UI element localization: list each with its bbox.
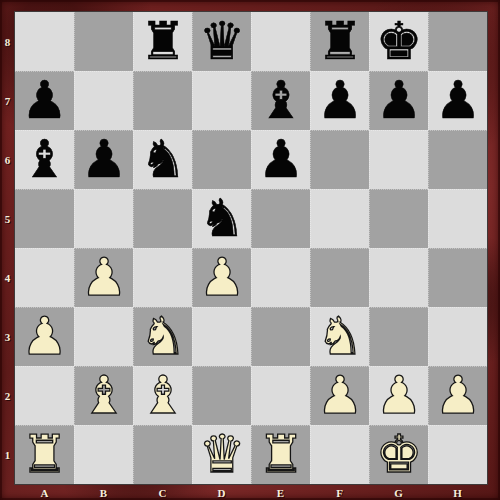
square-g8[interactable]: ♚ [369, 12, 428, 71]
black-queen[interactable]: ♛ [199, 15, 246, 67]
square-a5[interactable] [15, 189, 74, 248]
square-f5[interactable] [310, 189, 369, 248]
square-d5[interactable]: ♞ [192, 189, 251, 248]
square-h5[interactable] [428, 189, 487, 248]
square-f2[interactable]: ♟ [310, 366, 369, 425]
square-a1[interactable]: ♜ [15, 425, 74, 484]
file-label-a: A [15, 486, 74, 500]
white-bishop[interactable]: ♝ [81, 369, 128, 421]
square-e1[interactable]: ♜ [251, 425, 310, 484]
square-a3[interactable]: ♟ [15, 307, 74, 366]
file-label-c: C [133, 486, 192, 500]
square-d2[interactable] [192, 366, 251, 425]
white-pawn[interactable]: ♟ [317, 369, 364, 421]
square-e7[interactable]: ♝ [251, 71, 310, 130]
square-h2[interactable]: ♟ [428, 366, 487, 425]
chess-board: ♜♛♜♚♟♝♟♟♟♝♟♞♟♞♟♟♟♞♞♝♝♟♟♟♜♛♜♚ [15, 12, 487, 484]
square-b6[interactable]: ♟ [74, 130, 133, 189]
file-label-b: B [74, 486, 133, 500]
square-e5[interactable] [251, 189, 310, 248]
square-c1[interactable] [133, 425, 192, 484]
white-pawn[interactable]: ♟ [435, 369, 482, 421]
square-h6[interactable] [428, 130, 487, 189]
black-rook[interactable]: ♜ [317, 15, 364, 67]
square-d1[interactable]: ♛ [192, 425, 251, 484]
black-pawn[interactable]: ♟ [376, 74, 423, 126]
square-a8[interactable] [15, 12, 74, 71]
square-e6[interactable]: ♟ [251, 130, 310, 189]
square-g3[interactable] [369, 307, 428, 366]
square-a4[interactable] [15, 248, 74, 307]
file-labels: ABCDEFGH [15, 486, 487, 500]
square-c2[interactable]: ♝ [133, 366, 192, 425]
square-e2[interactable] [251, 366, 310, 425]
white-pawn[interactable]: ♟ [81, 251, 128, 303]
rank-label-5: 5 [0, 189, 15, 248]
rank-label-8: 8 [0, 12, 15, 71]
square-d3[interactable] [192, 307, 251, 366]
square-a6[interactable]: ♝ [15, 130, 74, 189]
white-queen[interactable]: ♛ [199, 428, 246, 480]
black-bishop[interactable]: ♝ [258, 74, 305, 126]
square-e4[interactable] [251, 248, 310, 307]
square-d8[interactable]: ♛ [192, 12, 251, 71]
square-b3[interactable] [74, 307, 133, 366]
square-f3[interactable]: ♞ [310, 307, 369, 366]
rank-label-7: 7 [0, 71, 15, 130]
black-pawn[interactable]: ♟ [81, 133, 128, 185]
square-c8[interactable]: ♜ [133, 12, 192, 71]
square-g1[interactable]: ♚ [369, 425, 428, 484]
square-g7[interactable]: ♟ [369, 71, 428, 130]
square-a7[interactable]: ♟ [15, 71, 74, 130]
rank-label-4: 4 [0, 248, 15, 307]
rank-label-1: 1 [0, 425, 15, 484]
square-g6[interactable] [369, 130, 428, 189]
black-rook[interactable]: ♜ [140, 15, 187, 67]
square-h8[interactable] [428, 12, 487, 71]
file-label-h: H [428, 486, 487, 500]
square-f1[interactable] [310, 425, 369, 484]
square-c6[interactable]: ♞ [133, 130, 192, 189]
black-pawn[interactable]: ♟ [21, 74, 68, 126]
square-f7[interactable]: ♟ [310, 71, 369, 130]
black-pawn[interactable]: ♟ [258, 133, 305, 185]
white-knight[interactable]: ♞ [140, 310, 187, 362]
black-king[interactable]: ♚ [376, 15, 423, 67]
square-b2[interactable]: ♝ [74, 366, 133, 425]
square-e8[interactable] [251, 12, 310, 71]
square-d4[interactable]: ♟ [192, 248, 251, 307]
square-c7[interactable] [133, 71, 192, 130]
white-pawn[interactable]: ♟ [21, 310, 68, 362]
rank-labels: 87654321 [0, 12, 15, 484]
square-d6[interactable] [192, 130, 251, 189]
white-rook[interactable]: ♜ [258, 428, 305, 480]
white-king[interactable]: ♚ [376, 428, 423, 480]
square-e3[interactable] [251, 307, 310, 366]
white-knight[interactable]: ♞ [317, 310, 364, 362]
square-f8[interactable]: ♜ [310, 12, 369, 71]
square-f6[interactable] [310, 130, 369, 189]
square-h4[interactable] [428, 248, 487, 307]
black-pawn[interactable]: ♟ [317, 74, 364, 126]
file-label-g: G [369, 486, 428, 500]
square-g4[interactable] [369, 248, 428, 307]
square-c5[interactable] [133, 189, 192, 248]
black-knight[interactable]: ♞ [140, 133, 187, 185]
square-b1[interactable] [74, 425, 133, 484]
square-g5[interactable] [369, 189, 428, 248]
black-bishop[interactable]: ♝ [21, 133, 68, 185]
file-label-e: E [251, 486, 310, 500]
white-rook[interactable]: ♜ [21, 428, 68, 480]
file-label-f: F [310, 486, 369, 500]
black-knight[interactable]: ♞ [199, 192, 246, 244]
file-label-d: D [192, 486, 251, 500]
white-bishop[interactable]: ♝ [140, 369, 187, 421]
square-b8[interactable] [74, 12, 133, 71]
square-b7[interactable] [74, 71, 133, 130]
white-pawn[interactable]: ♟ [199, 251, 246, 303]
square-h7[interactable]: ♟ [428, 71, 487, 130]
square-c4[interactable] [133, 248, 192, 307]
square-a2[interactable] [15, 366, 74, 425]
square-h1[interactable] [428, 425, 487, 484]
rank-label-6: 6 [0, 130, 15, 189]
rank-label-3: 3 [0, 307, 15, 366]
black-pawn[interactable]: ♟ [435, 74, 482, 126]
square-b4[interactable]: ♟ [74, 248, 133, 307]
square-h3[interactable] [428, 307, 487, 366]
square-d7[interactable] [192, 71, 251, 130]
chess-board-frame: 87654321 ♜♛♜♚♟♝♟♟♟♝♟♞♟♞♟♟♟♞♞♝♝♟♟♟♜♛♜♚ AB… [0, 0, 500, 500]
square-b5[interactable] [74, 189, 133, 248]
rank-label-2: 2 [0, 366, 15, 425]
square-f4[interactable] [310, 248, 369, 307]
white-pawn[interactable]: ♟ [376, 369, 423, 421]
square-c3[interactable]: ♞ [133, 307, 192, 366]
square-g2[interactable]: ♟ [369, 366, 428, 425]
